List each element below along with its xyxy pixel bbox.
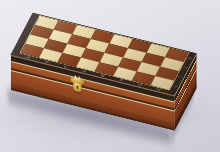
latch-catch (73, 82, 81, 92)
brass-latch (70, 74, 84, 94)
product-photo: ABCDEFGH 4321 (0, 0, 220, 152)
